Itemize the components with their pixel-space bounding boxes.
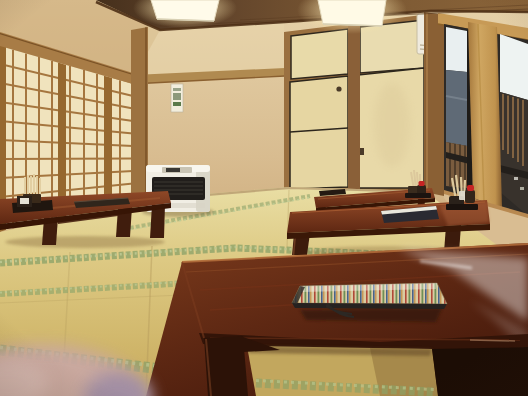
tatami-room-photo xyxy=(0,0,528,396)
vignette xyxy=(0,0,528,396)
